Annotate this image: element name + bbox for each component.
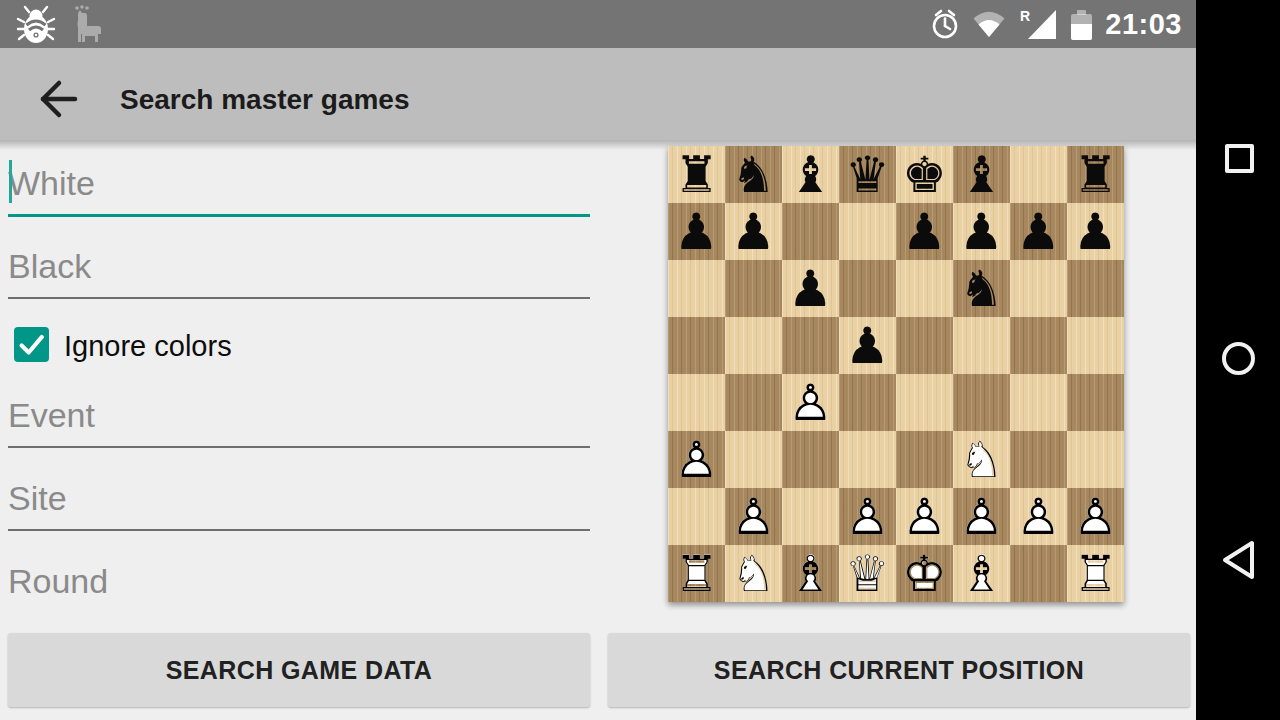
roaming-indicator: R	[1020, 8, 1030, 24]
square-g6	[1010, 260, 1067, 317]
square-e4	[896, 374, 953, 431]
square-a8: ♜	[668, 146, 725, 203]
piece-white-knight: ♞♘	[725, 545, 782, 602]
square-h7: ♟	[1067, 203, 1124, 260]
piece-white-queen: ♛♕	[839, 545, 896, 602]
square-d8: ♛	[839, 146, 896, 203]
square-f4	[953, 374, 1010, 431]
piece-black-bishop: ♝	[953, 146, 1010, 203]
square-d4	[839, 374, 896, 431]
square-c2	[782, 488, 839, 545]
site-input[interactable]	[8, 467, 590, 531]
square-g4	[1010, 374, 1067, 431]
checkmark-icon	[15, 328, 48, 361]
square-h6	[1067, 260, 1124, 317]
piece-black-knight: ♞	[953, 260, 1010, 317]
square-f6: ♞	[953, 260, 1010, 317]
square-d5: ♟	[839, 317, 896, 374]
square-c4: ♟♙	[782, 374, 839, 431]
square-a4	[668, 374, 725, 431]
square-f1: ♝♗	[953, 545, 1010, 602]
square-c3	[782, 431, 839, 488]
back-nav-button[interactable]	[1218, 538, 1260, 582]
square-g8	[1010, 146, 1067, 203]
piece-black-pawn: ♟	[896, 203, 953, 260]
piece-white-pawn: ♟♙	[1010, 488, 1067, 545]
square-c8: ♝	[782, 146, 839, 203]
chess-board[interactable]: ♜♞♝♛♚♝♜♟♟♟♟♟♟♟♞♟♟♙♟♙♞♘♟♙♟♙♟♙♟♙♟♙♟♙♜♖♞♘♝♗…	[668, 146, 1124, 602]
wifi-icon	[973, 10, 1005, 38]
square-e6	[896, 260, 953, 317]
square-h4	[1067, 374, 1124, 431]
square-e1: ♚♔	[896, 545, 953, 602]
page-title: Search master games	[120, 84, 410, 116]
square-d2: ♟♙	[839, 488, 896, 545]
square-c6: ♟	[782, 260, 839, 317]
search-current-position-button[interactable]: SEARCH CURRENT POSITION	[608, 633, 1190, 707]
piece-black-pawn: ♟	[1010, 203, 1067, 260]
square-b3	[725, 431, 782, 488]
piece-black-knight: ♞	[725, 146, 782, 203]
piece-white-pawn: ♟♙	[725, 488, 782, 545]
piece-white-bishop: ♝♗	[782, 545, 839, 602]
home-button[interactable]	[1222, 342, 1255, 375]
piece-white-pawn: ♟♙	[953, 488, 1010, 545]
square-e3	[896, 431, 953, 488]
debug-bug-icon	[16, 4, 56, 44]
square-a6	[668, 260, 725, 317]
status-bar: R 21:03	[0, 0, 1196, 48]
piece-black-queen: ♛	[839, 146, 896, 203]
square-g2: ♟♙	[1010, 488, 1067, 545]
recents-button[interactable]	[1225, 144, 1254, 173]
piece-white-pawn: ♟♙	[668, 431, 725, 488]
square-d1: ♛♕	[839, 545, 896, 602]
piece-white-pawn: ♟♙	[782, 374, 839, 431]
square-d6	[839, 260, 896, 317]
piece-white-king: ♚♔	[896, 545, 953, 602]
square-f2: ♟♙	[953, 488, 1010, 545]
square-d7	[839, 203, 896, 260]
llama-icon	[70, 4, 108, 44]
square-e7: ♟	[896, 203, 953, 260]
square-f5	[953, 317, 1010, 374]
piece-black-pawn: ♟	[782, 260, 839, 317]
piece-white-bishop: ♝♗	[953, 545, 1010, 602]
ignore-colors-checkbox[interactable]	[14, 327, 49, 362]
square-b6	[725, 260, 782, 317]
piece-white-rook: ♜♖	[668, 545, 725, 602]
piece-black-pawn: ♟	[725, 203, 782, 260]
piece-black-pawn: ♟	[1067, 203, 1124, 260]
piece-white-rook: ♜♖	[1067, 545, 1124, 602]
piece-white-pawn: ♟♙	[896, 488, 953, 545]
square-h2: ♟♙	[1067, 488, 1124, 545]
piece-black-bishop: ♝	[782, 146, 839, 203]
square-a3: ♟♙	[668, 431, 725, 488]
square-g1	[1010, 545, 1067, 602]
piece-black-king: ♚	[896, 146, 953, 203]
piece-black-pawn: ♟	[668, 203, 725, 260]
square-h1: ♜♖	[1067, 545, 1124, 602]
arrow-left-icon	[35, 78, 79, 120]
black-input[interactable]	[8, 235, 590, 299]
square-e5	[896, 317, 953, 374]
square-c5	[782, 317, 839, 374]
back-button[interactable]	[30, 72, 84, 126]
square-b7: ♟	[725, 203, 782, 260]
status-clock: 21:03	[1105, 8, 1182, 41]
square-d3	[839, 431, 896, 488]
square-g3	[1010, 431, 1067, 488]
square-f7: ♟	[953, 203, 1010, 260]
piece-black-pawn: ♟	[839, 317, 896, 374]
square-b2: ♟♙	[725, 488, 782, 545]
square-a2	[668, 488, 725, 545]
piece-white-pawn: ♟♙	[1067, 488, 1124, 545]
piece-black-rook: ♜	[668, 146, 725, 203]
square-h5	[1067, 317, 1124, 374]
round-input[interactable]	[8, 550, 590, 612]
search-game-data-button[interactable]: SEARCH GAME DATA	[8, 633, 590, 707]
piece-black-rook: ♜	[1067, 146, 1124, 203]
white-input[interactable]	[8, 152, 590, 217]
event-input[interactable]	[8, 384, 590, 448]
square-g7: ♟	[1010, 203, 1067, 260]
square-c1: ♝♗	[782, 545, 839, 602]
square-c7	[782, 203, 839, 260]
square-f3: ♞♘	[953, 431, 1010, 488]
square-a7: ♟	[668, 203, 725, 260]
square-b4	[725, 374, 782, 431]
square-h8: ♜	[1067, 146, 1124, 203]
square-e2: ♟♙	[896, 488, 953, 545]
alarm-clock-icon	[930, 8, 960, 40]
square-f8: ♝	[953, 146, 1010, 203]
square-b5	[725, 317, 782, 374]
piece-white-knight: ♞♘	[953, 431, 1010, 488]
square-a1: ♜♖	[668, 545, 725, 602]
square-g5	[1010, 317, 1067, 374]
square-a5	[668, 317, 725, 374]
battery-icon	[1071, 10, 1092, 40]
square-e8: ♚	[896, 146, 953, 203]
cellular-signal-icon: R	[1018, 8, 1058, 40]
square-h3	[1067, 431, 1124, 488]
square-b8: ♞	[725, 146, 782, 203]
piece-black-pawn: ♟	[953, 203, 1010, 260]
ignore-colors-label: Ignore colors	[64, 330, 232, 363]
text-caret	[9, 160, 12, 203]
piece-white-pawn: ♟♙	[839, 488, 896, 545]
square-b1: ♞♘	[725, 545, 782, 602]
